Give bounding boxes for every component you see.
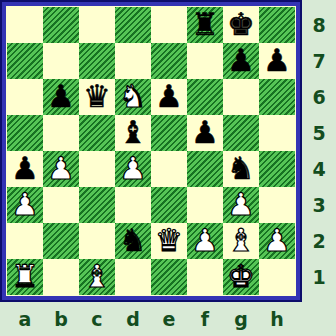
square-a8[interactable]: [7, 7, 43, 43]
square-h2[interactable]: ♟︎: [259, 223, 295, 259]
file-label-c: c: [79, 302, 115, 336]
square-d7[interactable]: [115, 43, 151, 79]
square-c4[interactable]: [79, 151, 115, 187]
black-pawn-b6: ♟︎: [43, 79, 79, 115]
white-queen-e2: ♛︎: [151, 223, 187, 259]
white-pawn-h2: ♟︎: [259, 223, 295, 259]
square-h4[interactable]: [259, 151, 295, 187]
black-pawn-e6: ♟︎: [151, 79, 187, 115]
square-d1[interactable]: [115, 259, 151, 295]
square-a5[interactable]: [7, 115, 43, 151]
square-g4[interactable]: ♞︎: [223, 151, 259, 187]
square-c1[interactable]: ♝︎: [79, 259, 115, 295]
square-c2[interactable]: [79, 223, 115, 259]
black-pawn-a4: ♟︎: [7, 151, 43, 187]
black-pawn-h7: ♟︎: [259, 43, 295, 79]
file-label-d: d: [115, 302, 151, 336]
square-b3[interactable]: [43, 187, 79, 223]
square-b6[interactable]: ♟︎: [43, 79, 79, 115]
square-a7[interactable]: [7, 43, 43, 79]
square-c8[interactable]: [79, 7, 115, 43]
square-f2[interactable]: ♟︎: [187, 223, 223, 259]
white-pawn-f2: ♟︎: [187, 223, 223, 259]
square-d2[interactable]: ♞︎: [115, 223, 151, 259]
rank-label-3: 3: [302, 187, 336, 223]
square-a6[interactable]: [7, 79, 43, 115]
square-e4[interactable]: [151, 151, 187, 187]
white-knight-d6: ♞︎: [115, 79, 151, 115]
square-f5[interactable]: ♟︎: [187, 115, 223, 151]
square-e7[interactable]: [151, 43, 187, 79]
square-b2[interactable]: [43, 223, 79, 259]
square-f6[interactable]: [187, 79, 223, 115]
rank-label-1: 1: [302, 259, 336, 295]
square-g5[interactable]: [223, 115, 259, 151]
square-d4[interactable]: ♟︎: [115, 151, 151, 187]
square-g8[interactable]: ♚︎: [223, 7, 259, 43]
white-rook-a1: ♜︎: [7, 259, 43, 295]
file-labels: abcdefgh: [7, 302, 295, 336]
chess-board: ♜︎♚︎♟︎♟︎♟︎♛︎♞︎♟︎♝︎♟︎♟︎♟︎♟︎♞︎♟︎♟︎♞︎♛︎♟︎♝︎…: [7, 7, 295, 295]
square-d6[interactable]: ♞︎: [115, 79, 151, 115]
file-label-e: e: [151, 302, 187, 336]
black-pawn-g7: ♟︎: [223, 43, 259, 79]
square-f3[interactable]: [187, 187, 223, 223]
black-bishop-d5: ♝︎: [115, 115, 151, 151]
file-label-b: b: [43, 302, 79, 336]
square-f8[interactable]: ♜︎: [187, 7, 223, 43]
square-g7[interactable]: ♟︎: [223, 43, 259, 79]
white-king-g1: ♚︎: [223, 259, 259, 295]
square-c7[interactable]: [79, 43, 115, 79]
file-label-f: f: [187, 302, 223, 336]
rank-labels: 87654321: [302, 7, 336, 295]
rank-label-7: 7: [302, 43, 336, 79]
square-e2[interactable]: ♛︎: [151, 223, 187, 259]
black-rook-f8: ♜︎: [187, 7, 223, 43]
square-d5[interactable]: ♝︎: [115, 115, 151, 151]
square-c6[interactable]: ♛︎: [79, 79, 115, 115]
square-g3[interactable]: ♟︎: [223, 187, 259, 223]
square-h1[interactable]: [259, 259, 295, 295]
black-pawn-f5: ♟︎: [187, 115, 223, 151]
square-e1[interactable]: [151, 259, 187, 295]
white-bishop-g2: ♝︎: [223, 223, 259, 259]
file-label-h: h: [259, 302, 295, 336]
square-a4[interactable]: ♟︎: [7, 151, 43, 187]
square-g2[interactable]: ♝︎: [223, 223, 259, 259]
square-b7[interactable]: [43, 43, 79, 79]
white-pawn-b4: ♟︎: [43, 151, 79, 187]
square-d3[interactable]: [115, 187, 151, 223]
square-g1[interactable]: ♚︎: [223, 259, 259, 295]
file-label-g: g: [223, 302, 259, 336]
square-e5[interactable]: [151, 115, 187, 151]
square-f1[interactable]: [187, 259, 223, 295]
square-a1[interactable]: ♜︎: [7, 259, 43, 295]
white-pawn-d4: ♟︎: [115, 151, 151, 187]
square-h6[interactable]: [259, 79, 295, 115]
square-h5[interactable]: [259, 115, 295, 151]
square-e3[interactable]: [151, 187, 187, 223]
square-f4[interactable]: [187, 151, 223, 187]
square-f7[interactable]: [187, 43, 223, 79]
board-frame: ♜︎♚︎♟︎♟︎♟︎♛︎♞︎♟︎♝︎♟︎♟︎♟︎♟︎♞︎♟︎♟︎♞︎♛︎♟︎♝︎…: [0, 0, 302, 302]
square-e6[interactable]: ♟︎: [151, 79, 187, 115]
white-pawn-a3: ♟︎: [7, 187, 43, 223]
black-queen-c6: ♛︎: [79, 79, 115, 115]
board-inner-frame: ♜︎♚︎♟︎♟︎♟︎♛︎♞︎♟︎♝︎♟︎♟︎♟︎♟︎♞︎♟︎♟︎♞︎♛︎♟︎♝︎…: [2, 2, 300, 300]
white-pawn-g3: ♟︎: [223, 187, 259, 223]
file-label-a: a: [7, 302, 43, 336]
square-b8[interactable]: [43, 7, 79, 43]
square-h8[interactable]: [259, 7, 295, 43]
square-g6[interactable]: [223, 79, 259, 115]
rank-label-6: 6: [302, 79, 336, 115]
black-king-g8: ♚︎: [223, 7, 259, 43]
square-c5[interactable]: [79, 115, 115, 151]
black-knight-g4: ♞︎: [223, 151, 259, 187]
white-bishop-c1: ♝︎: [79, 259, 115, 295]
square-b5[interactable]: [43, 115, 79, 151]
square-e8[interactable]: [151, 7, 187, 43]
square-d8[interactable]: [115, 7, 151, 43]
rank-label-8: 8: [302, 7, 336, 43]
rank-label-4: 4: [302, 151, 336, 187]
square-b4[interactable]: ♟︎: [43, 151, 79, 187]
square-a2[interactable]: [7, 223, 43, 259]
chess-diagram: ♜︎♚︎♟︎♟︎♟︎♛︎♞︎♟︎♝︎♟︎♟︎♟︎♟︎♞︎♟︎♟︎♞︎♛︎♟︎♝︎…: [0, 0, 336, 336]
black-knight-d2: ♞︎: [115, 223, 151, 259]
rank-label-2: 2: [302, 223, 336, 259]
square-h7[interactable]: ♟︎: [259, 43, 295, 79]
square-a3[interactable]: ♟︎: [7, 187, 43, 223]
square-c3[interactable]: [79, 187, 115, 223]
square-b1[interactable]: [43, 259, 79, 295]
square-h3[interactable]: [259, 187, 295, 223]
rank-label-5: 5: [302, 115, 336, 151]
